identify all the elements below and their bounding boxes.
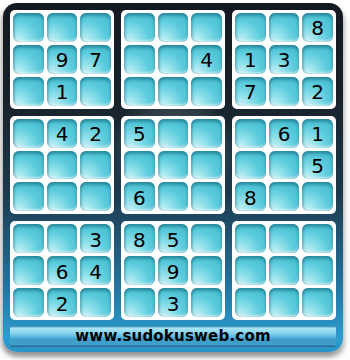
sudoku-grid: 9714813724256615836428593 — [10, 10, 336, 320]
cell-r9c1[interactable] — [13, 288, 44, 317]
cell-r8c2[interactable]: 6 — [47, 256, 78, 285]
given-digit: 1 — [244, 50, 257, 70]
given-digit: 7 — [244, 82, 257, 102]
cell-r9c5[interactable]: 3 — [158, 288, 189, 317]
cell-r3c4[interactable] — [124, 77, 155, 106]
cell-r4c6[interactable] — [191, 119, 222, 148]
cell-r9c8[interactable] — [269, 288, 300, 317]
cell-r4c8[interactable]: 6 — [269, 119, 300, 148]
block-2-1: 42 — [10, 116, 114, 215]
cell-r6c4[interactable]: 6 — [124, 182, 155, 211]
cell-r8c3[interactable]: 4 — [80, 256, 111, 285]
cell-r7c1[interactable] — [13, 224, 44, 253]
cell-r1c8[interactable] — [269, 13, 300, 42]
given-digit: 2 — [311, 82, 324, 102]
cell-r2c3[interactable]: 7 — [80, 45, 111, 74]
cell-r4c5[interactable] — [158, 119, 189, 148]
cell-r3c6[interactable] — [191, 77, 222, 106]
cell-r9c7[interactable] — [235, 288, 266, 317]
cell-r1c2[interactable] — [47, 13, 78, 42]
cell-r2c5[interactable] — [158, 45, 189, 74]
cell-r2c2[interactable]: 9 — [47, 45, 78, 74]
cell-r8c4[interactable] — [124, 256, 155, 285]
cell-r9c2[interactable]: 2 — [47, 288, 78, 317]
cell-r5c8[interactable] — [269, 151, 300, 180]
given-digit: 9 — [167, 262, 180, 282]
cell-r9c9[interactable] — [302, 288, 333, 317]
cell-r8c1[interactable] — [13, 256, 44, 285]
given-digit: 1 — [56, 82, 69, 102]
cell-r7c4[interactable]: 8 — [124, 224, 155, 253]
block-1-2: 4 — [121, 10, 225, 109]
given-digit: 8 — [244, 188, 257, 208]
given-digit: 3 — [89, 230, 102, 250]
footer-url[interactable]: www.sudokusweb.com — [75, 329, 270, 344]
cell-r7c5[interactable]: 5 — [158, 224, 189, 253]
cell-r9c3[interactable] — [80, 288, 111, 317]
given-digit: 6 — [278, 124, 291, 144]
cell-r7c9[interactable] — [302, 224, 333, 253]
cell-r8c9[interactable] — [302, 256, 333, 285]
block-2-3: 6158 — [232, 116, 336, 215]
cell-r6c7[interactable]: 8 — [235, 182, 266, 211]
cell-r8c5[interactable]: 9 — [158, 256, 189, 285]
cell-r6c5[interactable] — [158, 182, 189, 211]
cell-r8c7[interactable] — [235, 256, 266, 285]
cell-r4c7[interactable] — [235, 119, 266, 148]
cell-r5c3[interactable] — [80, 151, 111, 180]
block-2-2: 56 — [121, 116, 225, 215]
cell-r1c9[interactable]: 8 — [302, 13, 333, 42]
cell-r8c6[interactable] — [191, 256, 222, 285]
cell-r9c6[interactable] — [191, 288, 222, 317]
cell-r2c6[interactable]: 4 — [191, 45, 222, 74]
cell-r1c3[interactable] — [80, 13, 111, 42]
cell-r3c8[interactable] — [269, 77, 300, 106]
given-digit: 3 — [278, 50, 291, 70]
given-digit: 6 — [133, 188, 146, 208]
given-digit: 3 — [167, 294, 180, 314]
cell-r1c6[interactable] — [191, 13, 222, 42]
cell-r4c4[interactable]: 5 — [124, 119, 155, 148]
cell-r4c3[interactable]: 2 — [80, 119, 111, 148]
given-digit: 1 — [311, 124, 324, 144]
cell-r1c7[interactable] — [235, 13, 266, 42]
given-digit: 8 — [133, 230, 146, 250]
cell-r2c4[interactable] — [124, 45, 155, 74]
cell-r6c8[interactable] — [269, 182, 300, 211]
cell-r3c3[interactable] — [80, 77, 111, 106]
block-1-3: 81372 — [232, 10, 336, 109]
given-digit: 4 — [200, 50, 213, 70]
given-digit: 4 — [89, 262, 102, 282]
block-1-1: 971 — [10, 10, 114, 109]
given-digit: 2 — [56, 294, 69, 314]
block-3-2: 8593 — [121, 221, 225, 320]
cell-r7c3[interactable]: 3 — [80, 224, 111, 253]
cell-r4c9[interactable]: 1 — [302, 119, 333, 148]
cell-r1c5[interactable] — [158, 13, 189, 42]
cell-r3c9[interactable]: 2 — [302, 77, 333, 106]
cell-r4c2[interactable]: 4 — [47, 119, 78, 148]
cell-r5c2[interactable] — [47, 151, 78, 180]
cell-r6c6[interactable] — [191, 182, 222, 211]
cell-r6c1[interactable] — [13, 182, 44, 211]
cell-r7c8[interactable] — [269, 224, 300, 253]
sudoku-board: 9714813724256615836428593 www.sudokusweb… — [3, 3, 343, 352]
cell-r5c7[interactable] — [235, 151, 266, 180]
given-digit: 4 — [56, 124, 69, 144]
given-digit: 8 — [311, 18, 324, 38]
cell-r3c1[interactable] — [13, 77, 44, 106]
cell-r6c2[interactable] — [47, 182, 78, 211]
given-digit: 9 — [56, 50, 69, 70]
cell-r9c4[interactable] — [124, 288, 155, 317]
given-digit: 6 — [56, 262, 69, 282]
cell-r1c4[interactable] — [124, 13, 155, 42]
cell-r1c1[interactable] — [13, 13, 44, 42]
cell-r3c7[interactable]: 7 — [235, 77, 266, 106]
cell-r5c5[interactable] — [158, 151, 189, 180]
cell-r8c8[interactable] — [269, 256, 300, 285]
given-digit: 5 — [311, 156, 324, 176]
cell-r5c6[interactable] — [191, 151, 222, 180]
cell-r5c9[interactable]: 5 — [302, 151, 333, 180]
cell-r5c1[interactable] — [13, 151, 44, 180]
cell-r7c2[interactable] — [47, 224, 78, 253]
block-3-1: 3642 — [10, 221, 114, 320]
given-digit: 2 — [89, 124, 102, 144]
cell-r6c9[interactable] — [302, 182, 333, 211]
cell-r5c4[interactable] — [124, 151, 155, 180]
cell-r2c7[interactable]: 1 — [235, 45, 266, 74]
given-digit: 7 — [89, 50, 102, 70]
cell-r2c8[interactable]: 3 — [269, 45, 300, 74]
cell-r7c7[interactable] — [235, 224, 266, 253]
given-digit: 5 — [133, 124, 146, 144]
cell-r2c1[interactable] — [13, 45, 44, 74]
given-digit: 5 — [167, 230, 180, 250]
cell-r7c6[interactable] — [191, 224, 222, 253]
sudoku-page: 9714813724256615836428593 www.sudokusweb… — [0, 0, 350, 360]
cell-r6c3[interactable] — [80, 182, 111, 211]
cell-r4c1[interactable] — [13, 119, 44, 148]
footer-band: www.sudokusweb.com — [10, 326, 336, 347]
cell-r3c2[interactable]: 1 — [47, 77, 78, 106]
cell-r2c9[interactable] — [302, 45, 333, 74]
cell-r3c5[interactable] — [158, 77, 189, 106]
block-3-3 — [232, 221, 336, 320]
